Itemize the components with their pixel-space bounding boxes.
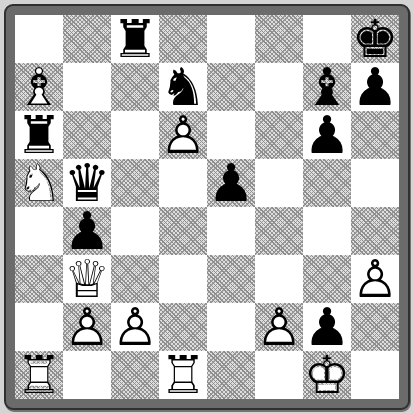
square-d1[interactable]: ♜♖ [159,351,207,399]
white-bishop-glyph-outline: ♗ [15,63,63,111]
black-pawn-glyph: ♟ [63,207,111,255]
square-d7[interactable]: ♞ [159,63,207,111]
black-queen-piece[interactable]: ♛ [63,159,111,207]
square-d6[interactable]: ♟♙ [159,111,207,159]
square-e4[interactable] [207,207,255,255]
square-f3[interactable] [255,255,303,303]
square-e1[interactable] [207,351,255,399]
square-e3[interactable] [207,255,255,303]
white-pawn-piece[interactable]: ♟♙ [111,303,159,351]
black-king-piece[interactable]: ♚ [351,15,399,63]
square-c8[interactable]: ♜ [111,15,159,63]
square-b6[interactable] [63,111,111,159]
square-g3[interactable] [303,255,351,303]
square-b8[interactable] [63,15,111,63]
square-e7[interactable] [207,63,255,111]
black-pawn-glyph: ♟ [207,159,255,207]
square-a5[interactable]: ♞♘ [15,159,63,207]
square-g5[interactable] [303,159,351,207]
square-a4[interactable] [15,207,63,255]
white-pawn-piece[interactable]: ♟♙ [351,255,399,303]
square-f2[interactable]: ♟♙ [255,303,303,351]
white-pawn-glyph-outline: ♙ [111,303,159,351]
black-pawn-piece[interactable]: ♟ [207,159,255,207]
square-f4[interactable] [255,207,303,255]
square-a2[interactable] [15,303,63,351]
square-c1[interactable] [111,351,159,399]
white-queen-piece[interactable]: ♛♕ [63,255,111,303]
square-f6[interactable] [255,111,303,159]
square-h6[interactable] [351,111,399,159]
black-pawn-piece[interactable]: ♟ [351,63,399,111]
black-pawn-piece[interactable]: ♟ [63,207,111,255]
black-rook-piece[interactable]: ♜ [15,111,63,159]
black-pawn-piece[interactable]: ♟ [303,303,351,351]
white-king-glyph-outline: ♔ [303,351,351,399]
square-e5[interactable]: ♟ [207,159,255,207]
black-rook-piece[interactable]: ♜ [111,15,159,63]
square-d8[interactable] [159,15,207,63]
square-c4[interactable] [111,207,159,255]
black-pawn-glyph: ♟ [303,111,351,159]
square-h3[interactable]: ♟♙ [351,255,399,303]
square-a7[interactable]: ♝♗ [15,63,63,111]
square-h8[interactable]: ♚ [351,15,399,63]
square-b1[interactable] [63,351,111,399]
square-b3[interactable]: ♛♕ [63,255,111,303]
square-g4[interactable] [303,207,351,255]
chess-board: ♜♚♝♗♞♝♟♜♟♙♟♞♘♛♟♟♛♕♟♙♟♙♟♙♟♙♟♜♖♜♖♚♔ [15,15,399,399]
square-b5[interactable]: ♛ [63,159,111,207]
black-king-glyph: ♚ [351,15,399,63]
square-d5[interactable] [159,159,207,207]
white-pawn-piece[interactable]: ♟♙ [159,111,207,159]
square-e8[interactable] [207,15,255,63]
square-b2[interactable]: ♟♙ [63,303,111,351]
white-king-piece[interactable]: ♚♔ [303,351,351,399]
square-a1[interactable]: ♜♖ [15,351,63,399]
square-h1[interactable] [351,351,399,399]
square-g7[interactable]: ♝ [303,63,351,111]
square-f1[interactable] [255,351,303,399]
square-c5[interactable] [111,159,159,207]
black-pawn-glyph: ♟ [303,303,351,351]
square-h2[interactable] [351,303,399,351]
black-pawn-glyph: ♟ [351,63,399,111]
white-pawn-glyph-outline: ♙ [351,255,399,303]
square-g1[interactable]: ♚♔ [303,351,351,399]
square-c3[interactable] [111,255,159,303]
black-rook-glyph: ♜ [15,111,63,159]
square-a3[interactable] [15,255,63,303]
white-bishop-piece[interactable]: ♝♗ [15,63,63,111]
black-bishop-glyph: ♝ [303,63,351,111]
square-f5[interactable] [255,159,303,207]
black-bishop-piece[interactable]: ♝ [303,63,351,111]
square-b7[interactable] [63,63,111,111]
white-pawn-glyph-outline: ♙ [255,303,303,351]
white-knight-piece[interactable]: ♞♘ [15,159,63,207]
square-d2[interactable] [159,303,207,351]
white-rook-piece[interactable]: ♜♖ [159,351,207,399]
black-pawn-piece[interactable]: ♟ [303,111,351,159]
square-h7[interactable]: ♟ [351,63,399,111]
square-c6[interactable] [111,111,159,159]
square-d4[interactable] [159,207,207,255]
square-b4[interactable]: ♟ [63,207,111,255]
white-rook-piece[interactable]: ♜♖ [15,351,63,399]
square-g6[interactable]: ♟ [303,111,351,159]
square-d3[interactable] [159,255,207,303]
black-queen-glyph: ♛ [63,159,111,207]
square-a6[interactable]: ♜ [15,111,63,159]
square-g8[interactable] [303,15,351,63]
square-c2[interactable]: ♟♙ [111,303,159,351]
square-c7[interactable] [111,63,159,111]
white-pawn-glyph-outline: ♙ [159,111,207,159]
square-a8[interactable] [15,15,63,63]
square-f8[interactable] [255,15,303,63]
square-e6[interactable] [207,111,255,159]
white-pawn-glyph-outline: ♙ [63,303,111,351]
black-knight-glyph: ♞ [159,63,207,111]
square-f7[interactable] [255,63,303,111]
white-pawn-piece[interactable]: ♟♙ [255,303,303,351]
white-queen-glyph-outline: ♕ [63,255,111,303]
white-knight-glyph-outline: ♘ [15,159,63,207]
black-knight-piece[interactable]: ♞ [159,63,207,111]
black-rook-glyph: ♜ [111,15,159,63]
white-rook-glyph-outline: ♖ [159,351,207,399]
square-g2[interactable]: ♟ [303,303,351,351]
square-h5[interactable] [351,159,399,207]
white-rook-glyph-outline: ♖ [15,351,63,399]
square-h4[interactable] [351,207,399,255]
square-e2[interactable] [207,303,255,351]
white-pawn-piece[interactable]: ♟♙ [63,303,111,351]
